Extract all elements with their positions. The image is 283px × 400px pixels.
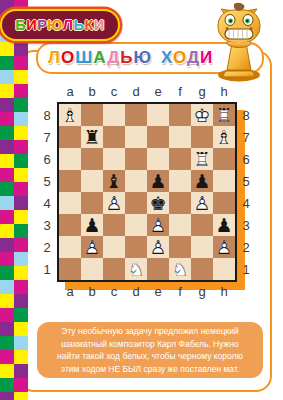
white-pawn-piece: ♟♙: [213, 236, 235, 258]
piece-glyph: ♟: [147, 170, 169, 192]
file-label-d: d: [125, 84, 147, 99]
piece-outline: ♙: [103, 192, 125, 214]
piece-outline: ♙: [213, 236, 235, 258]
square-g4[interactable]: ♟♙: [191, 192, 213, 214]
square-a6[interactable]: [59, 148, 81, 170]
strip-cell: [0, 126, 14, 140]
piece-outline: ♖: [213, 104, 235, 126]
square-b3[interactable]: ♟: [81, 214, 103, 236]
strip-cell: [14, 154, 28, 168]
file-label-c: c: [103, 84, 125, 99]
strip-cell: [0, 266, 14, 280]
strip-cell: [14, 350, 28, 364]
page-title: ЛОШАДЬЮХОДИ: [38, 48, 213, 68]
piece-outline: ♗: [59, 104, 81, 126]
square-c1[interactable]: [103, 258, 125, 280]
square-d3[interactable]: [125, 214, 147, 236]
square-f7[interactable]: [169, 126, 191, 148]
puzzle-caption: Эту необычную задачу предложил немецкийш…: [37, 322, 263, 378]
square-g1[interactable]: [191, 258, 213, 280]
strip-cell: [14, 140, 28, 154]
black-pawn-piece: ♟: [191, 170, 213, 192]
file-label-a: a: [59, 84, 81, 99]
rank-label-6: 6: [239, 152, 253, 167]
title-letter: Х: [161, 48, 173, 67]
logo-letter: И: [94, 17, 105, 33]
strip-cell: [0, 182, 14, 196]
square-e4[interactable]: ♚: [147, 192, 169, 214]
strip-cell: [14, 210, 28, 224]
square-c5[interactable]: ♝: [103, 170, 125, 192]
rank-label-5: 5: [239, 174, 253, 189]
strip-cell: [0, 238, 14, 252]
strip-cell: [14, 322, 28, 336]
magazine-logo: БИРЮЛЬКИ: [0, 9, 120, 41]
title-letter: Л: [48, 48, 61, 67]
strip-cell: [0, 378, 14, 392]
square-h6[interactable]: [213, 148, 235, 170]
file-label-b: b: [81, 284, 103, 299]
strip-cell: [0, 280, 14, 294]
black-pawn-piece: ♟: [147, 170, 169, 192]
square-h2[interactable]: ♟♙: [213, 236, 235, 258]
strip-cell: [0, 364, 14, 378]
square-e5[interactable]: ♟: [147, 170, 169, 192]
square-h1[interactable]: [213, 258, 235, 280]
square-f1[interactable]: ♞♘: [169, 258, 191, 280]
strip-cell: [14, 196, 28, 210]
strip-cell: [0, 336, 14, 350]
title-letter: Д: [107, 48, 120, 67]
strip-cell: [0, 42, 14, 56]
caption-line: этим ходом НЕ БЫЛ сразу же поставлен мат…: [37, 363, 263, 376]
strip-cell: [0, 392, 14, 400]
title-letter: О: [173, 48, 187, 67]
square-b4[interactable]: [81, 192, 103, 214]
square-c7[interactable]: [103, 126, 125, 148]
square-g8[interactable]: ♚♔: [191, 104, 213, 126]
white-bishop-piece: ♝♗: [213, 126, 235, 148]
title-letter: О: [61, 48, 75, 67]
square-e7[interactable]: [147, 126, 169, 148]
square-d4[interactable]: [125, 192, 147, 214]
piece-glyph: ♜: [81, 126, 103, 148]
chess-board: ♝♗♚♔♜♖♜♝♗♜♖♝♟♟♟♙♚♟♙♟♟♙♟♟♙♟♙♟♙♞♘♞♘: [57, 102, 237, 282]
strip-cell: [0, 308, 14, 322]
white-bishop-piece: ♝♗: [59, 104, 81, 126]
rank-label-7: 7: [239, 130, 253, 145]
square-d1[interactable]: ♞♘: [125, 258, 147, 280]
strip-cell: [0, 140, 14, 154]
square-g2[interactable]: [191, 236, 213, 258]
caption-line: шахматный композитор Карл Фабель. Нужно: [37, 338, 263, 351]
square-h4[interactable]: [213, 192, 235, 214]
black-king-piece: ♚: [147, 192, 169, 214]
decorative-strip: [0, 0, 28, 400]
square-g3[interactable]: [191, 214, 213, 236]
rank-label-1: 1: [239, 262, 253, 277]
piece-outline: ♗: [213, 126, 235, 148]
square-b8[interactable]: [81, 104, 103, 126]
square-h5[interactable]: [213, 170, 235, 192]
piece-outline: ♘: [169, 258, 191, 280]
logo-letter: Ю: [47, 17, 62, 33]
square-f5[interactable]: [169, 170, 191, 192]
page: ЛОШАДЬЮХОДИ: [0, 0, 283, 400]
square-e1[interactable]: [147, 258, 169, 280]
square-c2[interactable]: [103, 236, 125, 258]
file-label-f: f: [169, 284, 191, 299]
white-pawn-piece: ♟♙: [103, 192, 125, 214]
strip-cell: [14, 84, 28, 98]
strip-cell: [14, 266, 28, 280]
strip-cell: [0, 56, 14, 70]
strip-cell: [0, 252, 14, 266]
square-b1[interactable]: [81, 258, 103, 280]
strip-cell: [14, 294, 28, 308]
strip-cell: [0, 196, 14, 210]
square-h3[interactable]: ♟: [213, 214, 235, 236]
black-rook-piece: ♜: [81, 126, 103, 148]
piece-outline: ♖: [191, 148, 213, 170]
rank-label-8: 8: [239, 108, 253, 123]
strip-cell: [14, 252, 28, 266]
white-knight-piece: ♞♘: [169, 258, 191, 280]
square-b5[interactable]: [81, 170, 103, 192]
strip-cell: [0, 350, 14, 364]
black-pawn-piece: ♟: [213, 214, 235, 236]
strip-cell: [14, 126, 28, 140]
square-b2[interactable]: ♟♙: [81, 236, 103, 258]
square-d2[interactable]: [125, 236, 147, 258]
strip-cell: [0, 210, 14, 224]
square-a7[interactable]: [59, 126, 81, 148]
rank-label-2: 2: [239, 240, 253, 255]
strip-cell: [0, 112, 14, 126]
square-h8[interactable]: ♜♖: [213, 104, 235, 126]
square-d7[interactable]: [125, 126, 147, 148]
logo-letter: Ь: [73, 17, 84, 33]
file-label-f: f: [169, 84, 191, 99]
title-letter: А: [93, 48, 107, 67]
piece-outline: ♙: [147, 236, 169, 258]
white-knight-piece: ♞♘: [125, 258, 147, 280]
rank-label-3: 3: [239, 218, 253, 233]
square-g5[interactable]: ♟: [191, 170, 213, 192]
title-letter: Ь: [120, 48, 133, 67]
file-label-h: h: [213, 284, 235, 299]
title-letter: Ю: [134, 48, 153, 67]
square-b7[interactable]: ♜: [81, 126, 103, 148]
square-e8[interactable]: [147, 104, 169, 126]
strip-cell: [0, 70, 14, 84]
square-a2[interactable]: [59, 236, 81, 258]
strip-cell: [14, 182, 28, 196]
file-label-h: h: [213, 84, 235, 99]
strip-cell: [14, 378, 28, 392]
square-b6[interactable]: [81, 148, 103, 170]
white-rook-piece: ♜♖: [191, 148, 213, 170]
file-label-g: g: [191, 284, 213, 299]
caption-line: Эту необычную задачу предложил немецкий: [37, 325, 263, 338]
title-letter: Ш: [75, 48, 93, 67]
square-f8[interactable]: [169, 104, 191, 126]
square-g6[interactable]: ♜♖: [191, 148, 213, 170]
piece-glyph: ♝: [103, 170, 125, 192]
square-g7[interactable]: [191, 126, 213, 148]
square-e3[interactable]: ♟♙: [147, 214, 169, 236]
rank-labels-left: 87654321: [40, 104, 54, 280]
square-d6[interactable]: [125, 148, 147, 170]
logo-letter: Л: [63, 17, 74, 33]
strip-cell: [14, 364, 28, 378]
rank-label-4: 4: [239, 196, 253, 211]
strip-cell: [0, 84, 14, 98]
strip-cell: [14, 336, 28, 350]
strip-cell: [0, 224, 14, 238]
file-label-e: e: [147, 84, 169, 99]
piece-outline: ♙: [147, 214, 169, 236]
horse-knight-mascot-icon: [206, 1, 272, 83]
strip-cell: [14, 70, 28, 84]
square-h7[interactable]: ♝♗: [213, 126, 235, 148]
square-f4[interactable]: [169, 192, 191, 214]
file-label-a: a: [59, 284, 81, 299]
file-label-g: g: [191, 84, 213, 99]
piece-glyph: ♟: [191, 170, 213, 192]
rank-label-3: 3: [40, 218, 54, 233]
logo-letter: К: [84, 17, 93, 33]
strip-cell: [14, 112, 28, 126]
strip-cell: [0, 98, 14, 112]
strip-cell: [14, 168, 28, 182]
logo-letter: Б: [15, 17, 26, 33]
strip-cell: [14, 392, 28, 400]
strip-cell: [14, 42, 28, 56]
square-d5[interactable]: [125, 170, 147, 192]
square-c3[interactable]: [103, 214, 125, 236]
strip-cell: [0, 154, 14, 168]
rank-label-4: 4: [40, 196, 54, 211]
strip-cell: [14, 98, 28, 112]
strip-cell: [14, 238, 28, 252]
logo-letter: Р: [37, 17, 47, 33]
white-pawn-piece: ♟♙: [147, 236, 169, 258]
piece-glyph: ♟: [81, 214, 103, 236]
white-pawn-piece: ♟♙: [191, 192, 213, 214]
white-king-piece: ♚♔: [191, 104, 213, 126]
square-c4[interactable]: ♟♙: [103, 192, 125, 214]
strip-cell: [0, 322, 14, 336]
piece-outline: ♘: [125, 258, 147, 280]
title-letter: Д: [187, 48, 200, 67]
square-a1[interactable]: [59, 258, 81, 280]
square-e2[interactable]: ♟♙: [147, 236, 169, 258]
file-label-d: d: [125, 284, 147, 299]
square-c6[interactable]: [103, 148, 125, 170]
rank-label-7: 7: [40, 130, 54, 145]
square-f3[interactable]: [169, 214, 191, 236]
piece-outline: ♙: [81, 236, 103, 258]
strip-cell: [0, 168, 14, 182]
square-c8[interactable]: [103, 104, 125, 126]
square-a3[interactable]: [59, 214, 81, 236]
piece-glyph: ♟: [213, 214, 235, 236]
rank-label-1: 1: [40, 262, 54, 277]
file-label-e: e: [147, 284, 169, 299]
rank-label-6: 6: [40, 152, 54, 167]
white-rook-piece: ♜♖: [213, 104, 235, 126]
logo-letter: И: [26, 17, 37, 33]
strip-cell: [0, 294, 14, 308]
file-label-c: c: [103, 284, 125, 299]
strip-cell: [14, 224, 28, 238]
strip-cell: [14, 308, 28, 322]
square-a4[interactable]: [59, 192, 81, 214]
piece-outline: ♔: [191, 104, 213, 126]
piece-glyph: ♚: [147, 192, 169, 214]
strip-cell: [14, 56, 28, 70]
square-a8[interactable]: ♝♗: [59, 104, 81, 126]
white-pawn-piece: ♟♙: [81, 236, 103, 258]
rank-labels-right: 87654321: [239, 104, 253, 280]
square-e6[interactable]: [147, 148, 169, 170]
file-labels-top: abcdefgh: [59, 84, 235, 99]
strip-cell: [14, 280, 28, 294]
square-a5[interactable]: [59, 170, 81, 192]
rank-label-5: 5: [40, 174, 54, 189]
white-pawn-piece: ♟♙: [147, 214, 169, 236]
square-f6[interactable]: [169, 148, 191, 170]
file-label-b: b: [81, 84, 103, 99]
black-pawn-piece: ♟: [81, 214, 103, 236]
piece-outline: ♙: [191, 192, 213, 214]
black-bishop-piece: ♝: [103, 170, 125, 192]
square-f2[interactable]: [169, 236, 191, 258]
square-d8[interactable]: [125, 104, 147, 126]
rank-label-8: 8: [40, 108, 54, 123]
caption-line: найти такой ход белых, чтобы черному кор…: [37, 350, 263, 363]
file-labels-bottom: abcdefgh: [59, 284, 235, 299]
rank-label-2: 2: [40, 240, 54, 255]
